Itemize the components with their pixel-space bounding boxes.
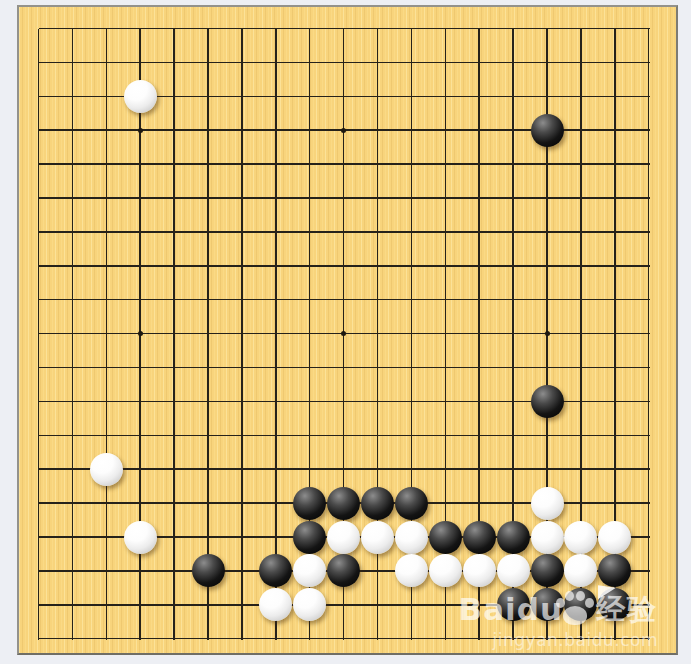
white-stone: [598, 521, 631, 554]
grid-line-h: [39, 62, 651, 64]
grid-line-v: [241, 29, 243, 641]
go-board[interactable]: [17, 5, 678, 655]
grid-line-v: [72, 29, 74, 641]
star-point: [138, 331, 143, 336]
black-stone: [497, 588, 530, 621]
star-point: [138, 128, 143, 133]
grid-line-h: [39, 231, 651, 233]
star-point: [341, 331, 346, 336]
black-stone: [293, 487, 326, 520]
grid-line-v: [38, 29, 40, 641]
white-stone: [564, 521, 597, 554]
black-stone: [327, 554, 360, 587]
white-stone: [463, 554, 496, 587]
black-stone: [293, 521, 326, 554]
grid-line-v: [173, 29, 175, 641]
star-point: [341, 128, 346, 133]
white-stone: [531, 521, 564, 554]
white-stone: [293, 554, 326, 587]
white-stone: [531, 487, 564, 520]
grid-line-h: [39, 28, 651, 30]
black-stone: [497, 521, 530, 554]
black-stone: [327, 487, 360, 520]
white-stone: [259, 588, 292, 621]
white-stone: [429, 554, 462, 587]
grid-line-h: [39, 299, 651, 301]
white-stone: [90, 453, 123, 486]
grid-line-v: [648, 29, 650, 641]
black-stone: [531, 114, 564, 147]
grid-line-h: [39, 197, 651, 199]
grid-line-h: [39, 638, 651, 640]
black-stone: [395, 487, 428, 520]
white-stone: [395, 521, 428, 554]
grid-line-v: [275, 29, 277, 641]
black-stone: [531, 588, 564, 621]
white-stone: [395, 554, 428, 587]
black-stone: [531, 385, 564, 418]
grid-line-h: [39, 265, 651, 267]
black-stone: [531, 554, 564, 587]
white-stone: [497, 554, 530, 587]
black-stone: [259, 554, 292, 587]
white-stone: [124, 521, 157, 554]
black-stone: [192, 554, 225, 587]
black-stone: [361, 487, 394, 520]
white-stone: [293, 588, 326, 621]
grid-line-h: [39, 468, 651, 470]
grid-line-h: [39, 163, 651, 165]
grid-line-h: [39, 367, 651, 369]
black-stone: [463, 521, 496, 554]
black-stone: [429, 521, 462, 554]
white-stone: [564, 554, 597, 587]
black-stone: [598, 554, 631, 587]
grid-line-h: [39, 435, 651, 437]
black-stone: [598, 588, 631, 621]
page: Baidu 经验 jingyan.baidu.com: [0, 0, 691, 664]
grid-line-v: [207, 29, 209, 641]
white-stone: [124, 80, 157, 113]
black-stone: [564, 588, 597, 621]
star-point: [545, 331, 550, 336]
grid-line-v: [106, 29, 108, 641]
white-stone: [361, 521, 394, 554]
white-stone: [327, 521, 360, 554]
